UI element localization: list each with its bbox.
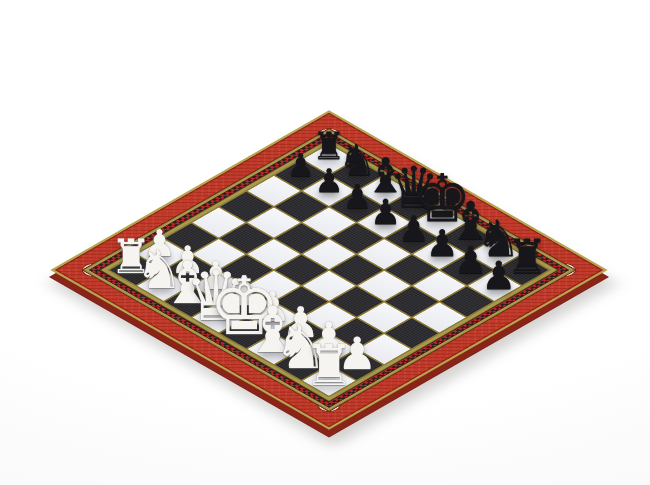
chessboard [132, 73, 526, 467]
board-red-border [50, 110, 607, 430]
product-photo-scene: ♜♞♝♛♚♝♞♜♟♟♟♟♟♟♟♟♟♟♟♟♟♟♟♟♜♞♝♛♚♝♞♜ [0, 0, 650, 485]
